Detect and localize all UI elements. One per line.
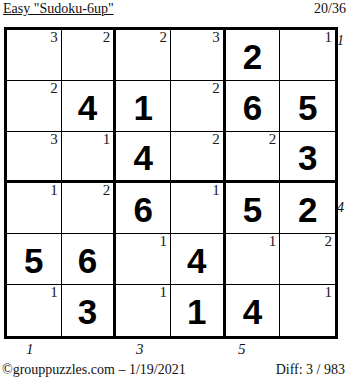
cell-r3c6[interactable]: 3 bbox=[280, 132, 335, 183]
cell-r1c6[interactable]: 1 bbox=[280, 30, 335, 81]
cell-r1c2[interactable]: 2 bbox=[62, 30, 117, 81]
corner-clue: 2 bbox=[103, 183, 111, 198]
cell-r2c1[interactable]: 2 bbox=[7, 81, 62, 132]
corner-clue: 1 bbox=[103, 132, 111, 147]
given-digit: 4 bbox=[78, 90, 97, 125]
corner-clue: 2 bbox=[212, 81, 220, 96]
corner-clue: 1 bbox=[160, 234, 168, 249]
given-digit: 5 bbox=[243, 192, 262, 227]
given-digit: 5 bbox=[298, 90, 317, 125]
corner-clue: 3 bbox=[212, 30, 220, 45]
corner-clue: 1 bbox=[50, 183, 58, 198]
cell-r5c5[interactable]: 1 bbox=[226, 234, 281, 285]
corner-clue: 1 bbox=[325, 285, 333, 300]
col-label-1: 1 bbox=[26, 341, 34, 358]
corner-clue: 2 bbox=[160, 30, 168, 45]
col-label-3: 3 bbox=[136, 341, 144, 358]
cell-r1c1[interactable]: 3 bbox=[7, 30, 62, 81]
given-digit: 5 bbox=[24, 243, 43, 278]
cell-r6c3[interactable]: 1 bbox=[116, 285, 171, 336]
corner-clue: 1 bbox=[325, 30, 333, 45]
given-digit: 6 bbox=[78, 243, 97, 278]
copyright-date: ©grouppuzzles.com – 1/19/2021 bbox=[2, 362, 186, 378]
givens-counter: 20/36 bbox=[314, 1, 346, 17]
corner-clue: 2 bbox=[50, 81, 58, 96]
cell-r5c6[interactable]: 2 bbox=[280, 234, 335, 285]
cell-r1c4[interactable]: 3 bbox=[171, 30, 226, 81]
corner-clue: 2 bbox=[325, 234, 333, 249]
cell-r6c4[interactable]: 1 bbox=[171, 285, 226, 336]
given-digit: 4 bbox=[243, 294, 262, 329]
given-digit: 6 bbox=[133, 192, 152, 227]
cell-r6c6[interactable]: 1 bbox=[280, 285, 335, 336]
corner-clue: 2 bbox=[269, 132, 277, 147]
corner-clue: 1 bbox=[50, 285, 58, 300]
corner-clue: 3 bbox=[50, 132, 58, 147]
corner-clue: 1 bbox=[212, 183, 220, 198]
page-title: Easy "Sudoku-6up" bbox=[3, 1, 114, 17]
cell-r2c6[interactable]: 5 bbox=[280, 81, 335, 132]
given-digit: 4 bbox=[187, 243, 206, 278]
given-digit: 6 bbox=[243, 90, 262, 125]
corner-clue: 2 bbox=[212, 132, 220, 147]
cell-r2c5[interactable]: 6 bbox=[226, 81, 281, 132]
cell-r6c2[interactable]: 3 bbox=[62, 285, 117, 336]
cell-r4c1[interactable]: 1 bbox=[7, 183, 62, 234]
cell-r5c2[interactable]: 6 bbox=[62, 234, 117, 285]
cell-r2c2[interactable]: 4 bbox=[62, 81, 117, 132]
row-label-1: 1 bbox=[337, 33, 344, 49]
cell-r3c5[interactable]: 2 bbox=[226, 132, 281, 183]
cell-r4c5[interactable]: 5 bbox=[226, 183, 281, 234]
cell-r4c6[interactable]: 2 bbox=[280, 183, 335, 234]
row-label-4: 4 bbox=[337, 200, 344, 216]
difficulty: Diff: 3 / 983 bbox=[276, 362, 345, 378]
corner-clue: 1 bbox=[269, 234, 277, 249]
cell-r2c4[interactable]: 2 bbox=[171, 81, 226, 132]
cell-r3c4[interactable]: 2 bbox=[171, 132, 226, 183]
cell-r4c4[interactable]: 1 bbox=[171, 183, 226, 234]
given-digit: 2 bbox=[243, 39, 262, 74]
cell-r4c3[interactable]: 6 bbox=[116, 183, 171, 234]
cell-r4c2[interactable]: 2 bbox=[62, 183, 117, 234]
given-digit: 3 bbox=[78, 294, 97, 329]
cell-r6c1[interactable]: 1 bbox=[7, 285, 62, 336]
sudoku-board: 322321241265314223126152561412131141 bbox=[4, 27, 338, 339]
cell-r2c3[interactable]: 1 bbox=[116, 81, 171, 132]
cell-r5c3[interactable]: 1 bbox=[116, 234, 171, 285]
given-digit: 4 bbox=[133, 140, 152, 175]
given-digit: 1 bbox=[133, 90, 152, 125]
cell-r3c2[interactable]: 1 bbox=[62, 132, 117, 183]
given-digit: 2 bbox=[298, 192, 317, 227]
cell-r1c3[interactable]: 2 bbox=[116, 30, 171, 81]
cell-r1c5[interactable]: 2 bbox=[226, 30, 281, 81]
corner-clue: 2 bbox=[103, 30, 111, 45]
cell-r6c5[interactable]: 4 bbox=[226, 285, 281, 336]
given-digit: 1 bbox=[187, 294, 206, 329]
cell-r3c3[interactable]: 4 bbox=[116, 132, 171, 183]
given-digit: 3 bbox=[298, 140, 317, 175]
col-label-5: 5 bbox=[238, 341, 246, 358]
corner-clue: 3 bbox=[50, 30, 58, 45]
cell-r3c1[interactable]: 3 bbox=[7, 132, 62, 183]
cell-r5c4[interactable]: 4 bbox=[171, 234, 226, 285]
corner-clue: 1 bbox=[160, 285, 168, 300]
cell-r5c1[interactable]: 5 bbox=[7, 234, 62, 285]
